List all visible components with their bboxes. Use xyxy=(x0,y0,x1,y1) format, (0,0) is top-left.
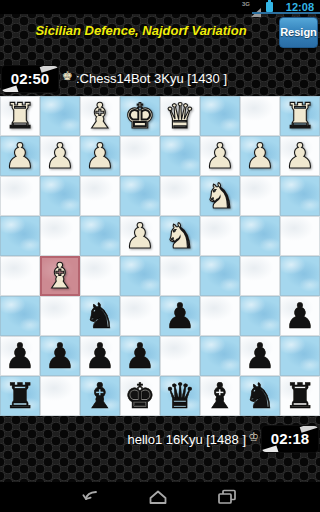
square-g4[interactable] xyxy=(40,216,80,256)
white-pawn: ♟ xyxy=(0,136,40,176)
square-b2[interactable]: ♟ xyxy=(240,136,280,176)
black-player-clock: 02:18 xyxy=(262,426,318,452)
square-a6[interactable]: ♟ xyxy=(280,296,320,336)
app-screen: 3G 12:08 Sicilian Defence, Najdorf Varia… xyxy=(0,0,320,512)
square-b5[interactable] xyxy=(240,256,280,296)
square-d4[interactable]: ♞ xyxy=(160,216,200,256)
white-bishop: ♝ xyxy=(40,256,80,296)
square-h1[interactable]: ♜ xyxy=(0,96,40,136)
black-knight: ♞ xyxy=(240,376,280,416)
white-king: ♚ xyxy=(120,96,160,136)
black-knight: ♞ xyxy=(80,296,120,336)
square-e1[interactable]: ♚ xyxy=(120,96,160,136)
black-pawn: ♟ xyxy=(120,336,160,376)
black-bishop: ♝ xyxy=(200,376,240,416)
white-rook: ♜ xyxy=(280,96,320,136)
black-rook: ♜ xyxy=(280,376,320,416)
white-pawn: ♟ xyxy=(240,136,280,176)
square-f6[interactable]: ♞ xyxy=(80,296,120,336)
white-knight: ♞ xyxy=(200,176,240,216)
square-d6[interactable]: ♟ xyxy=(160,296,200,336)
white-pawn: ♟ xyxy=(120,216,160,256)
square-h7[interactable]: ♟ xyxy=(0,336,40,376)
square-g5[interactable]: ♝ xyxy=(40,256,80,296)
square-b8[interactable]: ♞ xyxy=(240,376,280,416)
square-h2[interactable]: ♟ xyxy=(0,136,40,176)
white-knight: ♞ xyxy=(160,216,200,256)
recents-icon[interactable] xyxy=(215,489,239,509)
square-d3[interactable] xyxy=(160,176,200,216)
white-player-clock: 02:50 xyxy=(2,66,58,92)
square-e6[interactable] xyxy=(120,296,160,336)
opening-title: Sicilian Defence, Najdorf Variation xyxy=(0,23,282,38)
square-c4[interactable] xyxy=(200,216,240,256)
resign-button[interactable]: Resign xyxy=(279,17,318,48)
square-f3[interactable] xyxy=(80,176,120,216)
black-player-name: hello1 16Kyu [1488 ] xyxy=(127,432,246,447)
square-g8[interactable] xyxy=(40,376,80,416)
white-king-icon: ♚ xyxy=(62,69,73,83)
square-b4[interactable] xyxy=(240,216,280,256)
square-c7[interactable] xyxy=(200,336,240,376)
square-d7[interactable] xyxy=(160,336,200,376)
square-h8[interactable]: ♜ xyxy=(0,376,40,416)
square-f1[interactable]: ♝ xyxy=(80,96,120,136)
status-bar: 3G 12:08 xyxy=(0,0,320,14)
black-pawn: ♟ xyxy=(160,296,200,336)
square-c2[interactable]: ♟ xyxy=(200,136,240,176)
square-f5[interactable] xyxy=(80,256,120,296)
square-a1[interactable]: ♜ xyxy=(280,96,320,136)
square-b7[interactable]: ♟ xyxy=(240,336,280,376)
black-bishop: ♝ xyxy=(80,376,120,416)
white-player-name: :Chess14Bot 3Kyu [1430 ] xyxy=(76,71,227,86)
square-d2[interactable] xyxy=(160,136,200,176)
square-c8[interactable]: ♝ xyxy=(200,376,240,416)
home-icon[interactable] xyxy=(146,489,170,509)
square-h6[interactable] xyxy=(0,296,40,336)
square-a5[interactable] xyxy=(280,256,320,296)
chess-board[interactable]: ♜♝♚♛♜♟♟♟♟♟♟♞♟♞♝♞♟♟♟♟♟♟♟♜♝♚♛♝♞♜ xyxy=(0,96,320,416)
black-king-icon: ♔ xyxy=(248,430,259,444)
square-e7[interactable]: ♟ xyxy=(120,336,160,376)
black-queen: ♛ xyxy=(160,376,200,416)
square-b6[interactable] xyxy=(240,296,280,336)
black-pawn: ♟ xyxy=(0,336,40,376)
square-d8[interactable]: ♛ xyxy=(160,376,200,416)
square-h5[interactable] xyxy=(0,256,40,296)
square-g3[interactable] xyxy=(40,176,80,216)
square-g1[interactable] xyxy=(40,96,80,136)
square-e2[interactable] xyxy=(120,136,160,176)
square-f8[interactable]: ♝ xyxy=(80,376,120,416)
white-pawn: ♟ xyxy=(80,136,120,176)
black-pawn: ♟ xyxy=(40,336,80,376)
square-g7[interactable]: ♟ xyxy=(40,336,80,376)
white-bishop: ♝ xyxy=(80,96,120,136)
square-h4[interactable] xyxy=(0,216,40,256)
white-pawn: ♟ xyxy=(280,136,320,176)
square-f7[interactable]: ♟ xyxy=(80,336,120,376)
square-f4[interactable] xyxy=(80,216,120,256)
white-pawn: ♟ xyxy=(40,136,80,176)
black-pawn: ♟ xyxy=(80,336,120,376)
battery-icon xyxy=(266,2,273,12)
square-a3[interactable] xyxy=(280,176,320,216)
white-pawn: ♟ xyxy=(200,136,240,176)
black-pawn: ♟ xyxy=(280,296,320,336)
square-c1[interactable] xyxy=(200,96,240,136)
square-d5[interactable] xyxy=(160,256,200,296)
square-f2[interactable]: ♟ xyxy=(80,136,120,176)
square-e3[interactable] xyxy=(120,176,160,216)
white-rook: ♜ xyxy=(0,96,40,136)
square-d1[interactable]: ♛ xyxy=(160,96,200,136)
square-e5[interactable] xyxy=(120,256,160,296)
white-queen: ♛ xyxy=(160,96,200,136)
back-icon[interactable] xyxy=(79,489,103,509)
black-king: ♚ xyxy=(120,376,160,416)
network-type-label: 3G xyxy=(242,1,250,7)
square-a8[interactable]: ♜ xyxy=(280,376,320,416)
square-e4[interactable]: ♟ xyxy=(120,216,160,256)
square-c6[interactable] xyxy=(200,296,240,336)
square-a2[interactable]: ♟ xyxy=(280,136,320,176)
square-c5[interactable] xyxy=(200,256,240,296)
black-rook: ♜ xyxy=(0,376,40,416)
square-g6[interactable] xyxy=(40,296,80,336)
android-nav-bar xyxy=(0,482,320,512)
square-e8[interactable]: ♚ xyxy=(120,376,160,416)
square-h3[interactable] xyxy=(0,176,40,216)
square-a4[interactable] xyxy=(280,216,320,256)
title-bar: Sicilian Defence, Najdorf Variation Resi… xyxy=(0,14,320,64)
square-b3[interactable] xyxy=(240,176,280,216)
square-g2[interactable]: ♟ xyxy=(40,136,80,176)
black-pawn: ♟ xyxy=(240,336,280,376)
square-c3[interactable]: ♞ xyxy=(200,176,240,216)
square-a7[interactable] xyxy=(280,336,320,376)
square-b1[interactable] xyxy=(240,96,280,136)
